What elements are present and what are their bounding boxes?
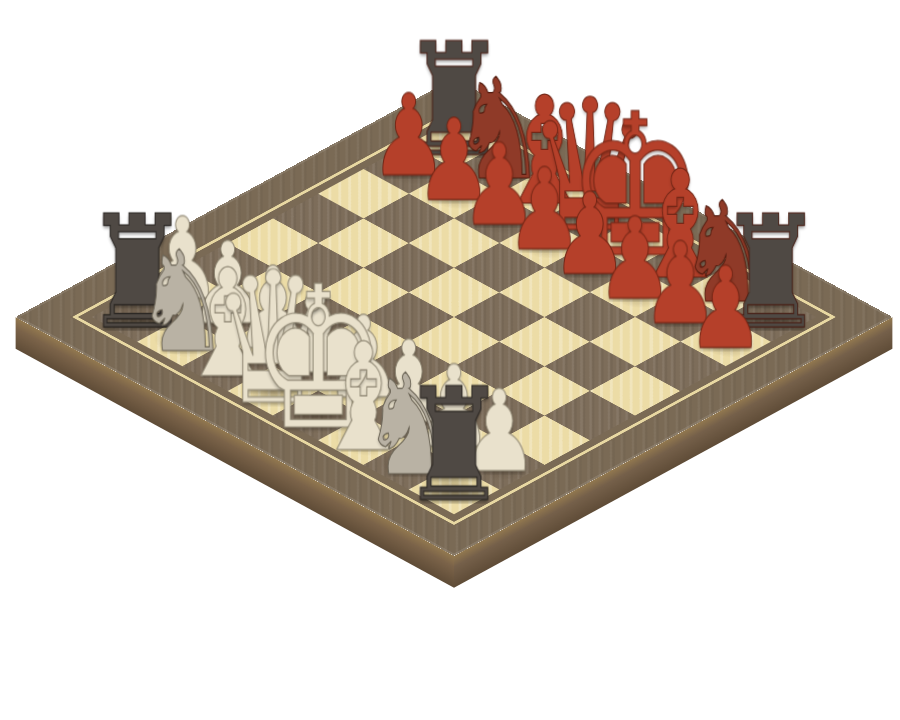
square-h1[interactable]: ♜ [409,465,500,514]
square-h7[interactable]: ♟ [680,317,771,366]
chess-board: ♜♞♝♛♚♝♞♜♟♟♟♟♟♟♟♟♟♟♟♟♟♟♟♟♜♞♝♛♚♝♞♜ [16,78,893,556]
playing-field: ♜♞♝♛♚♝♞♜♟♟♟♟♟♟♟♟♟♟♟♟♟♟♟♟♜♞♝♛♚♝♞♜ [92,120,816,514]
product-photo: ♜♞♝♛♚♝♞♜♟♟♟♟♟♟♟♟♟♟♟♟♟♟♟♟♜♞♝♛♚♝♞♜ [0,0,900,720]
